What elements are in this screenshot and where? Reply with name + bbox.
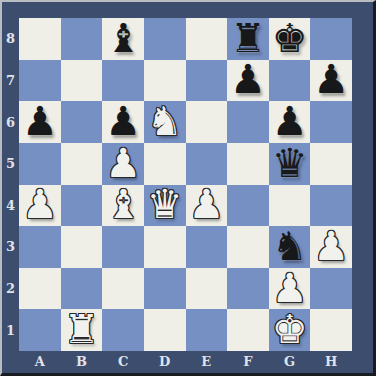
file-label-h: H bbox=[310, 351, 352, 371]
square-c3[interactable] bbox=[102, 226, 144, 268]
square-b1[interactable]: ♜ bbox=[61, 309, 103, 351]
piece-white-queen[interactable]: ♛ bbox=[147, 184, 183, 224]
square-h5[interactable] bbox=[310, 143, 352, 185]
square-c2[interactable] bbox=[102, 268, 144, 310]
piece-black-pawn[interactable]: ♟ bbox=[22, 101, 58, 141]
square-e3[interactable] bbox=[186, 226, 228, 268]
piece-black-king[interactable]: ♚ bbox=[272, 18, 308, 58]
piece-black-pawn[interactable]: ♟ bbox=[105, 101, 141, 141]
square-h1[interactable] bbox=[310, 309, 352, 351]
square-b8[interactable] bbox=[61, 18, 103, 60]
square-a1[interactable] bbox=[19, 309, 61, 351]
square-a3[interactable] bbox=[19, 226, 61, 268]
square-f1[interactable] bbox=[227, 309, 269, 351]
piece-white-pawn[interactable]: ♟ bbox=[188, 184, 224, 224]
square-g3[interactable]: ♞ bbox=[269, 226, 311, 268]
file-labels: ABCDEFGH bbox=[19, 351, 352, 371]
square-c7[interactable] bbox=[102, 60, 144, 102]
piece-white-rook[interactable]: ♜ bbox=[64, 309, 100, 349]
rank-labels: 87654321 bbox=[2, 18, 19, 351]
square-a7[interactable] bbox=[19, 60, 61, 102]
square-d8[interactable] bbox=[144, 18, 186, 60]
square-e1[interactable] bbox=[186, 309, 228, 351]
piece-black-bishop[interactable]: ♝ bbox=[105, 18, 141, 58]
square-a8[interactable] bbox=[19, 18, 61, 60]
file-label-b: B bbox=[61, 351, 103, 371]
square-f4[interactable] bbox=[227, 185, 269, 227]
square-g2[interactable]: ♟ bbox=[269, 268, 311, 310]
square-f5[interactable] bbox=[227, 143, 269, 185]
square-f2[interactable] bbox=[227, 268, 269, 310]
square-g7[interactable] bbox=[269, 60, 311, 102]
rank-label-4: 4 bbox=[2, 185, 19, 227]
piece-black-pawn[interactable]: ♟ bbox=[313, 59, 349, 99]
square-h8[interactable] bbox=[310, 18, 352, 60]
rank-label-7: 7 bbox=[2, 60, 19, 102]
square-d7[interactable] bbox=[144, 60, 186, 102]
square-d4[interactable]: ♛ bbox=[144, 185, 186, 227]
square-g8[interactable]: ♚ bbox=[269, 18, 311, 60]
piece-black-queen[interactable]: ♛ bbox=[272, 143, 308, 183]
piece-white-knight[interactable]: ♞ bbox=[147, 101, 183, 141]
square-a4[interactable]: ♟ bbox=[19, 185, 61, 227]
file-label-f: F bbox=[227, 351, 269, 371]
piece-black-pawn[interactable]: ♟ bbox=[272, 101, 308, 141]
square-d2[interactable] bbox=[144, 268, 186, 310]
square-c6[interactable]: ♟ bbox=[102, 101, 144, 143]
file-label-e: E bbox=[186, 351, 228, 371]
square-c8[interactable]: ♝ bbox=[102, 18, 144, 60]
rank-label-6: 6 bbox=[2, 101, 19, 143]
square-d1[interactable] bbox=[144, 309, 186, 351]
file-label-d: D bbox=[144, 351, 186, 371]
piece-white-pawn[interactable]: ♟ bbox=[313, 226, 349, 266]
rank-label-2: 2 bbox=[2, 268, 19, 310]
square-e2[interactable] bbox=[186, 268, 228, 310]
piece-white-pawn[interactable]: ♟ bbox=[272, 268, 308, 308]
square-e4[interactable]: ♟ bbox=[186, 185, 228, 227]
piece-black-knight[interactable]: ♞ bbox=[272, 226, 308, 266]
square-h4[interactable] bbox=[310, 185, 352, 227]
piece-white-king[interactable]: ♚ bbox=[272, 309, 308, 349]
square-g5[interactable]: ♛ bbox=[269, 143, 311, 185]
file-label-g: G bbox=[269, 351, 311, 371]
square-c5[interactable]: ♟ bbox=[102, 143, 144, 185]
square-d5[interactable] bbox=[144, 143, 186, 185]
square-f3[interactable] bbox=[227, 226, 269, 268]
square-h2[interactable] bbox=[310, 268, 352, 310]
rank-label-3: 3 bbox=[2, 226, 19, 268]
piece-white-pawn[interactable]: ♟ bbox=[22, 184, 58, 224]
square-a5[interactable] bbox=[19, 143, 61, 185]
rank-label-5: 5 bbox=[2, 143, 19, 185]
piece-black-rook[interactable]: ♜ bbox=[230, 18, 266, 58]
rank-label-1: 1 bbox=[2, 309, 19, 351]
square-f7[interactable]: ♟ bbox=[227, 60, 269, 102]
square-h3[interactable]: ♟ bbox=[310, 226, 352, 268]
square-c4[interactable]: ♝ bbox=[102, 185, 144, 227]
board-frame: 87654321 ♝♜♚♟♟♟♟♞♟♟♛♟♝♛♟♞♟♟♜♚ ABCDEFGH bbox=[0, 0, 376, 376]
square-h6[interactable] bbox=[310, 101, 352, 143]
chess-board[interactable]: ♝♜♚♟♟♟♟♞♟♟♛♟♝♛♟♞♟♟♜♚ bbox=[19, 18, 352, 351]
file-label-c: C bbox=[102, 351, 144, 371]
square-g1[interactable]: ♚ bbox=[269, 309, 311, 351]
piece-white-pawn[interactable]: ♟ bbox=[105, 143, 141, 183]
square-b6[interactable] bbox=[61, 101, 103, 143]
square-f6[interactable] bbox=[227, 101, 269, 143]
square-g6[interactable]: ♟ bbox=[269, 101, 311, 143]
square-b4[interactable] bbox=[61, 185, 103, 227]
square-e5[interactable] bbox=[186, 143, 228, 185]
square-c1[interactable] bbox=[102, 309, 144, 351]
file-label-a: A bbox=[19, 351, 61, 371]
square-b7[interactable] bbox=[61, 60, 103, 102]
square-b5[interactable] bbox=[61, 143, 103, 185]
square-b2[interactable] bbox=[61, 268, 103, 310]
piece-white-bishop[interactable]: ♝ bbox=[105, 184, 141, 224]
square-d6[interactable]: ♞ bbox=[144, 101, 186, 143]
square-b3[interactable] bbox=[61, 226, 103, 268]
square-a2[interactable] bbox=[19, 268, 61, 310]
square-e8[interactable] bbox=[186, 18, 228, 60]
square-d3[interactable] bbox=[144, 226, 186, 268]
square-e7[interactable] bbox=[186, 60, 228, 102]
square-e6[interactable] bbox=[186, 101, 228, 143]
rank-label-8: 8 bbox=[2, 18, 19, 60]
piece-black-pawn[interactable]: ♟ bbox=[230, 59, 266, 99]
square-f8[interactable]: ♜ bbox=[227, 18, 269, 60]
square-a6[interactable]: ♟ bbox=[19, 101, 61, 143]
square-g4[interactable] bbox=[269, 185, 311, 227]
square-h7[interactable]: ♟ bbox=[310, 60, 352, 102]
